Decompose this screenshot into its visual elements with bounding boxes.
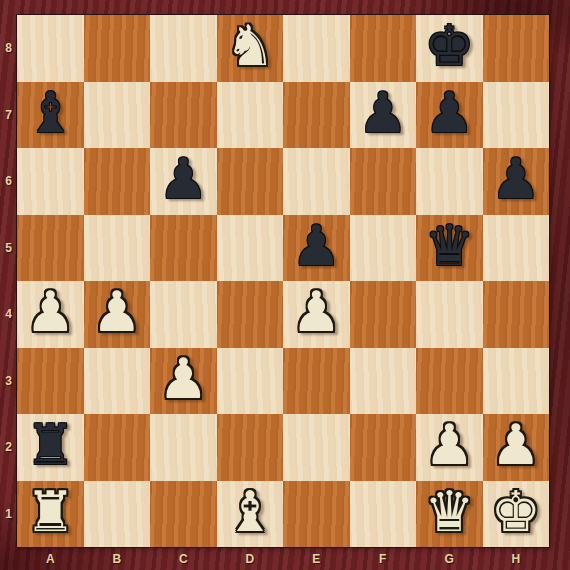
rank-label-6: 6 — [0, 148, 17, 215]
square-g8[interactable]: ♚ — [416, 15, 483, 82]
rank-label-8: 8 — [0, 15, 17, 82]
white-pawn-g2[interactable]: ♟ — [424, 417, 474, 473]
black-pawn-f7[interactable]: ♟ — [358, 85, 408, 141]
square-d1[interactable]: ♝ — [217, 481, 284, 548]
square-h2[interactable]: ♟ — [483, 414, 550, 481]
rank-label-4: 4 — [0, 281, 17, 348]
square-a1[interactable]: ♜ — [17, 481, 84, 548]
square-e1[interactable] — [283, 481, 350, 548]
file-label-e: E — [283, 547, 350, 570]
square-d6[interactable] — [217, 148, 284, 215]
square-c1[interactable] — [150, 481, 217, 548]
square-f6[interactable] — [350, 148, 417, 215]
rank-label-3: 3 — [0, 348, 17, 415]
square-b7[interactable] — [84, 82, 151, 149]
square-h3[interactable] — [483, 348, 550, 415]
square-c5[interactable] — [150, 215, 217, 282]
white-pawn-e4[interactable]: ♟ — [291, 284, 341, 340]
square-h5[interactable] — [483, 215, 550, 282]
square-f4[interactable] — [350, 281, 417, 348]
square-f5[interactable] — [350, 215, 417, 282]
black-king-g8[interactable]: ♚ — [424, 18, 474, 74]
square-f3[interactable] — [350, 348, 417, 415]
square-a4[interactable]: ♟ — [17, 281, 84, 348]
square-g1[interactable]: ♛ — [416, 481, 483, 548]
square-b6[interactable] — [84, 148, 151, 215]
square-e3[interactable] — [283, 348, 350, 415]
square-d3[interactable] — [217, 348, 284, 415]
black-pawn-c6[interactable]: ♟ — [158, 151, 208, 207]
square-c3[interactable]: ♟ — [150, 348, 217, 415]
square-g3[interactable] — [416, 348, 483, 415]
file-label-g: G — [416, 547, 483, 570]
square-f7[interactable]: ♟ — [350, 82, 417, 149]
square-a6[interactable] — [17, 148, 84, 215]
square-f8[interactable] — [350, 15, 417, 82]
black-queen-g5[interactable]: ♛ — [424, 218, 474, 274]
black-pawn-h6[interactable]: ♟ — [491, 151, 541, 207]
black-bishop-a7[interactable]: ♝ — [25, 85, 75, 141]
white-king-h1[interactable]: ♚ — [491, 484, 541, 540]
chess-board-frame: ♞♚♝♟♟♟♟♟♛♟♟♟♟♜♟♟♜♝♛♚ 87654321 ABCDEFGH — [0, 0, 570, 570]
square-a2[interactable]: ♜ — [17, 414, 84, 481]
square-d8[interactable]: ♞ — [217, 15, 284, 82]
file-label-f: F — [350, 547, 417, 570]
white-pawn-h2[interactable]: ♟ — [491, 417, 541, 473]
square-g6[interactable] — [416, 148, 483, 215]
square-f1[interactable] — [350, 481, 417, 548]
file-label-b: B — [84, 547, 151, 570]
white-pawn-c3[interactable]: ♟ — [158, 351, 208, 407]
file-label-h: H — [483, 547, 550, 570]
file-label-c: C — [150, 547, 217, 570]
file-label-d: D — [217, 547, 284, 570]
square-b3[interactable] — [84, 348, 151, 415]
square-h4[interactable] — [483, 281, 550, 348]
square-e7[interactable] — [283, 82, 350, 149]
square-c8[interactable] — [150, 15, 217, 82]
square-a5[interactable] — [17, 215, 84, 282]
rank-label-5: 5 — [0, 215, 17, 282]
square-c6[interactable]: ♟ — [150, 148, 217, 215]
white-knight-d8[interactable]: ♞ — [225, 18, 275, 74]
square-e5[interactable]: ♟ — [283, 215, 350, 282]
file-label-a: A — [17, 547, 84, 570]
square-h8[interactable] — [483, 15, 550, 82]
black-pawn-g7[interactable]: ♟ — [424, 85, 474, 141]
square-e2[interactable] — [283, 414, 350, 481]
square-a7[interactable]: ♝ — [17, 82, 84, 149]
square-d2[interactable] — [217, 414, 284, 481]
square-b8[interactable] — [84, 15, 151, 82]
black-pawn-e5[interactable]: ♟ — [291, 218, 341, 274]
rank-label-1: 1 — [0, 481, 17, 548]
square-g5[interactable]: ♛ — [416, 215, 483, 282]
square-e4[interactable]: ♟ — [283, 281, 350, 348]
white-pawn-b4[interactable]: ♟ — [92, 284, 142, 340]
square-h6[interactable]: ♟ — [483, 148, 550, 215]
square-c4[interactable] — [150, 281, 217, 348]
square-g4[interactable] — [416, 281, 483, 348]
square-e8[interactable] — [283, 15, 350, 82]
square-d7[interactable] — [217, 82, 284, 149]
square-h1[interactable]: ♚ — [483, 481, 550, 548]
square-g2[interactable]: ♟ — [416, 414, 483, 481]
white-bishop-d1[interactable]: ♝ — [225, 484, 275, 540]
square-a8[interactable] — [17, 15, 84, 82]
square-b1[interactable] — [84, 481, 151, 548]
rank-label-7: 7 — [0, 82, 17, 149]
square-b4[interactable]: ♟ — [84, 281, 151, 348]
board: ♞♚♝♟♟♟♟♟♛♟♟♟♟♜♟♟♜♝♛♚ — [17, 15, 549, 547]
square-h7[interactable] — [483, 82, 550, 149]
rank-label-2: 2 — [0, 414, 17, 481]
black-rook-a2[interactable]: ♜ — [25, 417, 75, 473]
square-b2[interactable] — [84, 414, 151, 481]
white-pawn-a4[interactable]: ♟ — [25, 284, 75, 340]
square-f2[interactable] — [350, 414, 417, 481]
square-g7[interactable]: ♟ — [416, 82, 483, 149]
square-c7[interactable] — [150, 82, 217, 149]
white-queen-g1[interactable]: ♛ — [424, 484, 474, 540]
square-e6[interactable] — [283, 148, 350, 215]
square-b5[interactable] — [84, 215, 151, 282]
square-c2[interactable] — [150, 414, 217, 481]
square-d4[interactable] — [217, 281, 284, 348]
square-a3[interactable] — [17, 348, 84, 415]
white-rook-a1[interactable]: ♜ — [25, 484, 75, 540]
square-d5[interactable] — [217, 215, 284, 282]
